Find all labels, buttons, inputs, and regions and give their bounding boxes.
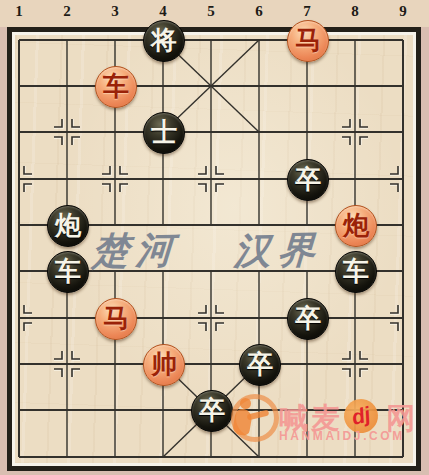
file-label-1: 1 — [8, 3, 30, 20]
file-label-4: 4 — [152, 3, 174, 20]
piece-black-chariot[interactable]: 车 — [335, 251, 377, 293]
file-label-8: 8 — [344, 3, 366, 20]
piece-red-horse[interactable]: 马 — [287, 20, 329, 62]
file-label-6: 6 — [248, 3, 270, 20]
piece-black-general[interactable]: 将 — [143, 20, 185, 62]
piece-red-cannon[interactable]: 炮 — [335, 205, 377, 247]
piece-black-soldier[interactable]: 卒 — [191, 390, 233, 432]
piece-black-soldier[interactable]: 卒 — [287, 159, 329, 201]
file-label-2: 2 — [56, 3, 78, 20]
piece-red-horse[interactable]: 马 — [95, 298, 137, 340]
file-coordinates-strip: 123456789 — [0, 0, 429, 27]
file-label-7: 7 — [296, 3, 318, 20]
piece-black-advisor[interactable]: 士 — [143, 112, 185, 154]
piece-red-chariot[interactable]: 车 — [95, 66, 137, 108]
piece-red-general[interactable]: 帅 — [143, 344, 185, 386]
piece-black-soldier[interactable]: 卒 — [287, 298, 329, 340]
xiangqi-board-screenshot: 123456789 楚河 汉界 将马车士卒炮炮车车马卒帅卒卒 喊麦 dj 网 H… — [0, 0, 429, 475]
file-label-9: 9 — [392, 3, 414, 20]
file-label-3: 3 — [104, 3, 126, 20]
piece-black-soldier[interactable]: 卒 — [239, 344, 281, 386]
piece-black-cannon[interactable]: 炮 — [47, 205, 89, 247]
piece-black-chariot[interactable]: 车 — [47, 251, 89, 293]
file-label-5: 5 — [200, 3, 222, 20]
